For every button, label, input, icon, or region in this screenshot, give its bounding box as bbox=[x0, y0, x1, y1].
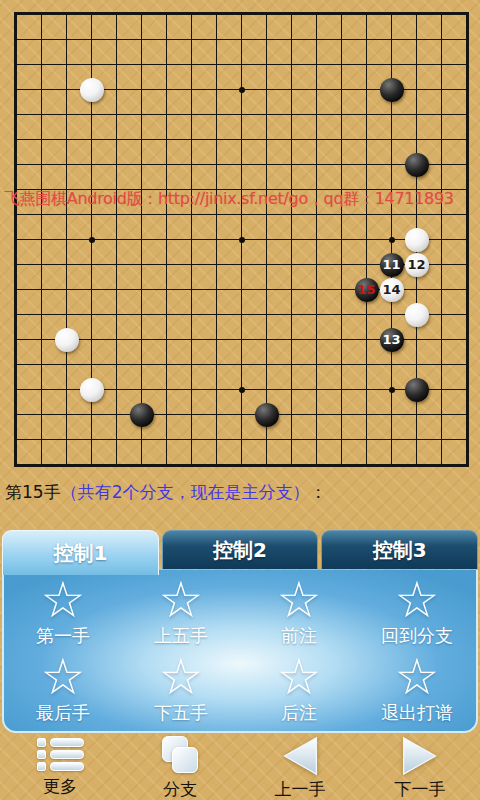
white-stone-move-14: 14 bbox=[380, 278, 404, 302]
toolbar-label: 更多 bbox=[43, 775, 77, 798]
star-icon: ☆ bbox=[395, 651, 440, 703]
button-first-move[interactable]: ☆ 第一手 bbox=[4, 572, 122, 650]
move-number-label: 14 bbox=[382, 283, 400, 296]
copy-pages-icon bbox=[160, 736, 200, 776]
button-label: 最后手 bbox=[36, 701, 90, 725]
button-label: 后注 bbox=[281, 701, 317, 725]
status-colon: ： bbox=[309, 482, 326, 502]
black-stone bbox=[405, 153, 429, 177]
button-label: 回到分支 bbox=[381, 624, 453, 648]
tab-bar: 控制1 控制2 控制3 bbox=[2, 530, 478, 574]
star-icon: ☆ bbox=[159, 574, 204, 626]
move-number-label: 11 bbox=[382, 258, 400, 271]
black-stone bbox=[255, 403, 279, 427]
white-stone bbox=[405, 228, 429, 252]
star-point bbox=[239, 87, 245, 93]
move-number-label: 13 bbox=[382, 333, 400, 346]
white-stone bbox=[55, 328, 79, 352]
button-label: 第一手 bbox=[36, 624, 90, 648]
tab-control-3[interactable]: 控制3 bbox=[321, 530, 478, 569]
toolbar-branch-button[interactable]: 分支 bbox=[120, 736, 240, 798]
watermark-text: 飞燕围棋Android版：http://jinix.sf.net/go，qq群：… bbox=[4, 189, 478, 210]
toolbar-prev-move-button[interactable]: 上一手 bbox=[240, 736, 360, 798]
white-stone bbox=[80, 378, 104, 402]
star-icon: ☆ bbox=[277, 574, 322, 626]
star-icon: ☆ bbox=[395, 574, 440, 626]
button-label: 上五手 bbox=[154, 624, 208, 648]
bottom-toolbar: 更多 分支 上一手 bbox=[0, 736, 480, 798]
tab-control-2[interactable]: 控制2 bbox=[162, 530, 319, 569]
button-next-comment[interactable]: ☆ 后注 bbox=[240, 650, 358, 728]
button-label: 前注 bbox=[281, 624, 317, 648]
toolbar-more-button[interactable]: 更多 bbox=[0, 736, 120, 798]
star-icon: ☆ bbox=[41, 574, 86, 626]
status-move-number: 第15手 bbox=[5, 482, 61, 502]
toolbar-label: 下一手 bbox=[395, 778, 446, 800]
star-point bbox=[89, 237, 95, 243]
black-stone-move-11: 11 bbox=[380, 253, 404, 277]
star-point bbox=[389, 387, 395, 393]
white-stone bbox=[80, 78, 104, 102]
star-icon: ☆ bbox=[277, 651, 322, 703]
button-last-move[interactable]: ☆ 最后手 bbox=[4, 650, 122, 728]
star-icon: ☆ bbox=[159, 651, 204, 703]
black-stone bbox=[380, 78, 404, 102]
button-label: 退出打谱 bbox=[381, 701, 453, 725]
go-board-area: 1112151413 飞燕围棋Android版：http://jinix.sf.… bbox=[0, 0, 480, 478]
black-stone bbox=[130, 403, 154, 427]
white-stone bbox=[405, 303, 429, 327]
button-back-five-moves[interactable]: ☆ 上五手 bbox=[122, 572, 240, 650]
board-grid[interactable]: 1112151413 bbox=[16, 14, 467, 465]
app-screen: 1112151413 飞燕围棋Android版：http://jinix.sf.… bbox=[0, 0, 480, 800]
move-number-label: 15 bbox=[357, 283, 375, 296]
star-point bbox=[239, 237, 245, 243]
list-icon bbox=[37, 736, 84, 773]
button-prev-comment[interactable]: ☆ 前注 bbox=[240, 572, 358, 650]
status-line: 第15手（共有2个分支，现在是主分支）： bbox=[5, 481, 326, 504]
black-stone-move-15: 15 bbox=[355, 278, 379, 302]
button-return-to-branch[interactable]: ☆ 回到分支 bbox=[358, 572, 476, 650]
tab-control-1[interactable]: 控制1 bbox=[2, 530, 159, 575]
button-label: 下五手 bbox=[154, 701, 208, 725]
panel-body: ☆ 第一手 ☆ 上五手 ☆ 前注 ☆ 回到分支 ☆ 最后手 ☆ 下五手 bbox=[2, 570, 478, 733]
white-stone-move-12: 12 bbox=[405, 253, 429, 277]
black-stone bbox=[405, 378, 429, 402]
control-panel: 控制1 控制2 控制3 ☆ 第一手 ☆ 上五手 ☆ 前注 ☆ 回到分支 ☆ bbox=[2, 530, 478, 733]
move-number-label: 12 bbox=[407, 258, 425, 271]
status-branch-info: （共有2个分支，现在是主分支） bbox=[61, 482, 310, 502]
toolbar-label: 上一手 bbox=[275, 778, 326, 800]
toolbar-next-move-button[interactable]: 下一手 bbox=[360, 736, 480, 798]
right-triangle-icon bbox=[401, 736, 439, 776]
toolbar-label: 分支 bbox=[163, 778, 197, 800]
button-exit-review[interactable]: ☆ 退出打谱 bbox=[358, 650, 476, 728]
button-forward-five-moves[interactable]: ☆ 下五手 bbox=[122, 650, 240, 728]
star-icon: ☆ bbox=[41, 651, 86, 703]
star-point bbox=[389, 237, 395, 243]
black-stone-move-13: 13 bbox=[380, 328, 404, 352]
star-point bbox=[239, 387, 245, 393]
left-triangle-icon bbox=[281, 736, 319, 776]
